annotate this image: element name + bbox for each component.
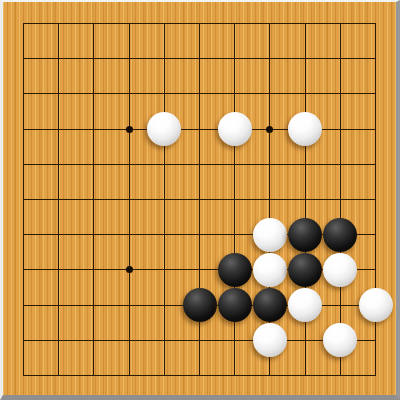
white-stone[interactable] <box>253 323 287 357</box>
black-stone[interactable] <box>218 288 252 322</box>
black-stone[interactable] <box>183 288 217 322</box>
grid-line-vertical <box>234 23 235 376</box>
star-point <box>126 126 133 133</box>
star-point <box>266 126 273 133</box>
white-stone[interactable] <box>359 288 393 322</box>
black-stone[interactable] <box>323 218 357 252</box>
grid-line-vertical <box>375 23 376 376</box>
go-board[interactable] <box>0 0 400 400</box>
white-stone[interactable] <box>288 112 322 146</box>
white-stone[interactable] <box>288 288 322 322</box>
black-stone[interactable] <box>288 218 322 252</box>
star-point <box>126 266 133 273</box>
grid-line-horizontal <box>23 375 376 376</box>
white-stone[interactable] <box>323 323 357 357</box>
black-stone[interactable] <box>218 253 252 287</box>
grid-line-horizontal <box>23 199 376 200</box>
white-stone[interactable] <box>147 112 181 146</box>
white-stone[interactable] <box>218 112 252 146</box>
white-stone[interactable] <box>253 253 287 287</box>
white-stone[interactable] <box>253 218 287 252</box>
black-stone[interactable] <box>253 288 287 322</box>
black-stone[interactable] <box>288 253 322 287</box>
white-stone[interactable] <box>323 253 357 287</box>
grid-line-vertical <box>305 23 306 376</box>
